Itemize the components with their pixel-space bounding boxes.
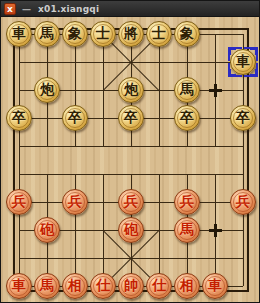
titlebar[interactable]: x — x01.xiangqi [1,1,259,17]
piece-red-horse[interactable]: 馬 [34,273,60,299]
piece-glyph: 卒 [236,109,250,127]
piece-red-soldier[interactable]: 兵 [230,189,256,215]
piece-glyph: 兵 [124,193,138,211]
piece-black-horse[interactable]: 馬 [174,77,200,103]
piece-black-soldier[interactable]: 卒 [6,105,32,131]
piece-glyph: 帥 [124,277,138,295]
piece-glyph: 相 [68,277,82,295]
piece-black-elephant[interactable]: 象 [62,21,88,47]
piece-glyph: 兵 [180,193,194,211]
piece-glyph: 炮 [124,81,138,99]
piece-red-soldier[interactable]: 兵 [62,189,88,215]
xiangqi-board[interactable]: 車馬象士將士象車炮炮馬卒卒卒卒卒兵兵兵兵兵砲砲馬車馬相仕帥仕相車 [1,17,260,303]
xiangqi-window: x — x01.xiangqi 車馬象士將士象車炮炮馬卒卒卒卒卒兵兵兵兵兵砲砲馬… [0,0,260,303]
piece-glyph: 砲 [40,221,54,239]
piece-red-soldier[interactable]: 兵 [6,189,32,215]
piece-red-advisor[interactable]: 仕 [146,273,172,299]
piece-glyph: 車 [12,277,26,295]
piece-black-chariot[interactable]: 車 [6,21,32,47]
piece-red-elephant[interactable]: 相 [62,273,88,299]
piece-black-elephant[interactable]: 象 [174,21,200,47]
piece-glyph: 相 [180,277,194,295]
piece-glyph: 兵 [12,193,26,211]
piece-black-soldier[interactable]: 卒 [62,105,88,131]
piece-black-general[interactable]: 將 [118,21,144,47]
piece-glyph: 士 [96,25,110,43]
selection-corner [250,47,258,55]
piece-glyph: 卒 [12,109,26,127]
piece-red-advisor[interactable]: 仕 [90,273,116,299]
piece-glyph: 象 [68,25,82,43]
piece-red-cannon[interactable]: 砲 [118,217,144,243]
piece-black-cannon[interactable]: 炮 [34,77,60,103]
piece-black-soldier[interactable]: 卒 [174,105,200,131]
selected-square-highlight [228,47,258,77]
grid-line [19,34,20,286]
piece-red-chariot[interactable]: 車 [6,273,32,299]
piece-red-chariot[interactable]: 車 [202,273,228,299]
piece-red-horse[interactable]: 馬 [174,217,200,243]
piece-red-elephant[interactable]: 相 [174,273,200,299]
piece-glyph: 砲 [124,221,138,239]
cannon-point-marker [214,84,217,97]
piece-glyph: 車 [12,25,26,43]
piece-glyph: 馬 [180,81,194,99]
piece-black-cannon[interactable]: 炮 [118,77,144,103]
piece-glyph: 馬 [40,277,54,295]
selection-corner [250,69,258,77]
selection-corner [228,69,236,77]
piece-glyph: 士 [152,25,166,43]
piece-red-soldier[interactable]: 兵 [174,189,200,215]
piece-black-advisor[interactable]: 士 [90,21,116,47]
cannon-point-marker [214,224,217,237]
piece-black-soldier[interactable]: 卒 [118,105,144,131]
close-icon[interactable]: x [4,3,16,15]
minimize-icon[interactable]: — [22,1,31,17]
window-title: x01.xiangqi [38,4,99,14]
piece-glyph: 馬 [40,25,54,43]
grid-line [19,146,243,147]
piece-red-cannon[interactable]: 砲 [34,217,60,243]
piece-glyph: 卒 [68,109,82,127]
piece-black-advisor[interactable]: 士 [146,21,172,47]
piece-glyph: 炮 [40,81,54,99]
piece-glyph: 馬 [180,221,194,239]
piece-glyph: 將 [124,25,138,43]
piece-glyph: 象 [180,25,194,43]
piece-glyph: 車 [208,277,222,295]
piece-glyph: 兵 [236,193,250,211]
piece-black-horse[interactable]: 馬 [34,21,60,47]
piece-glyph: 仕 [96,277,110,295]
piece-glyph: 卒 [124,109,138,127]
piece-black-soldier[interactable]: 卒 [230,105,256,131]
piece-glyph: 兵 [68,193,82,211]
piece-glyph: 仕 [152,277,166,295]
piece-glyph: 卒 [180,109,194,127]
piece-red-soldier[interactable]: 兵 [118,189,144,215]
piece-red-general[interactable]: 帥 [118,273,144,299]
selection-corner [228,47,236,55]
